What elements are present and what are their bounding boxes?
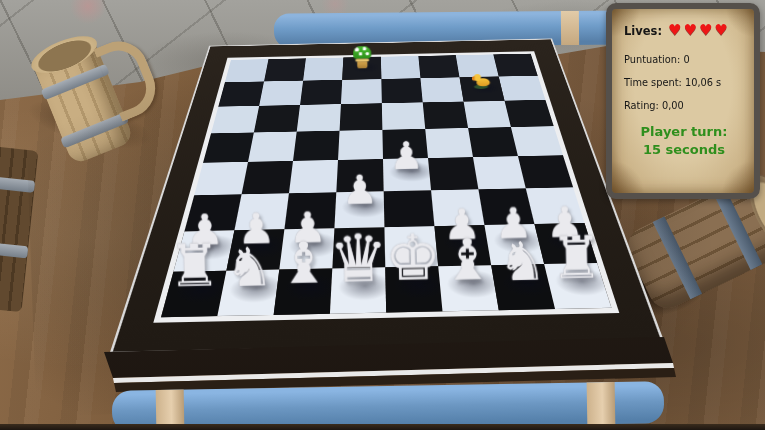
white-pawn-d3[interactable]: ♟ [341,171,378,210]
square-c6[interactable] [297,104,341,131]
square-f7[interactable] [420,77,463,102]
square-f8[interactable] [418,55,459,78]
square-g7[interactable] [460,77,505,102]
square-b5[interactable] [248,132,297,162]
square-f5[interactable] [425,128,473,158]
square-h6[interactable] [504,100,553,127]
board-grid[interactable]: ♟♟♟♟♟♟♟♟♜♞♝♛♚♝♞♜ [161,54,611,318]
square-g6[interactable] [464,101,511,128]
square-e8[interactable] [381,56,421,79]
white-king-e1[interactable]: ♚ [383,228,441,289]
duck-beak [469,76,474,81]
square-b1[interactable]: ♞ [217,270,279,317]
white-queen-d1[interactable]: ♛ [328,227,388,290]
square-f6[interactable] [423,102,468,129]
white-rook-h1[interactable]: ♜ [549,229,602,285]
white-pawn-e4[interactable]: ♟ [389,138,424,175]
square-c1[interactable]: ♝ [274,268,333,314]
square-d7[interactable] [341,79,382,104]
time-spent-stat: Time spent: 10,06 s [624,77,744,88]
rating-stat: Rating: 0,00 [624,100,744,111]
square-e1[interactable]: ♚ [385,266,442,312]
square-g4[interactable] [473,156,526,189]
square-c4[interactable] [289,160,338,193]
hud-panel: Lives: ♥♥♥♥ Puntuation: 0 Time spent: 10… [606,3,760,199]
mushroom-cap [352,46,371,59]
square-d5[interactable] [338,130,383,160]
square-g5[interactable] [468,127,518,157]
blue-cloth-roll-bottom [112,381,665,430]
mushroom-pot [357,61,367,68]
time-spent-value: 10,06 s [685,77,721,88]
square-a7[interactable] [218,81,264,106]
square-d8[interactable] [342,57,381,80]
white-knight-g1[interactable]: ♞ [497,235,546,287]
square-b6[interactable] [254,105,300,133]
rating-value: 0,00 [662,100,684,111]
table-front-edge [0,424,765,430]
white-rook-a1[interactable]: ♜ [167,237,220,293]
game-screen: ♟♟♟♟♟♟♟♟♜♞♝♛♚♝♞♜ Lives: ♥♥♥♥ Puntuation:… [0,0,765,430]
heart-icons: ♥♥♥♥ [668,23,730,38]
square-g1[interactable]: ♞ [491,264,555,310]
square-f4[interactable] [428,157,478,190]
mushroom-item[interactable] [352,46,371,69]
square-e6[interactable] [382,102,425,129]
puntuation-value: 0 [683,54,689,65]
square-d6[interactable] [340,103,383,130]
white-bishop-c1[interactable]: ♝ [277,236,329,291]
lives-row: Lives: ♥♥♥♥ [624,23,744,38]
player-turn-block: Player turn: 15 seconds [624,123,744,158]
square-b8[interactable] [264,58,306,81]
square-h8[interactable] [493,54,537,77]
square-a6[interactable] [211,106,259,134]
stats-block: Puntuation: 0 Time spent: 10,06 s Rating… [624,54,744,111]
square-c7[interactable] [300,80,342,105]
square-c5[interactable] [293,131,340,161]
square-h5[interactable] [511,126,563,156]
square-c8[interactable] [303,58,343,81]
board-frame: ♟♟♟♟♟♟♟♟♜♞♝♛♚♝♞♜ [113,39,661,351]
puntuation-label: Puntuation: [624,54,680,65]
lives-label: Lives: [624,24,662,38]
square-e7[interactable] [381,78,422,103]
square-h4[interactable] [518,155,573,188]
rating-label: Rating: [624,100,659,111]
square-a8[interactable] [225,59,269,82]
player-turn-label: Player turn: [624,123,744,141]
white-knight-b1[interactable]: ♞ [224,241,273,293]
time-spent-label: Time spent: [624,77,682,88]
square-b4[interactable] [242,161,293,194]
duck-item[interactable] [471,73,491,89]
square-a5[interactable] [203,132,254,162]
square-a4[interactable] [194,162,248,195]
player-turn-timer: 15 seconds [624,141,744,159]
cloth-strap [586,382,615,424]
square-b7[interactable] [259,81,303,106]
square-f1[interactable]: ♝ [438,265,499,311]
white-bishop-f1[interactable]: ♝ [441,233,493,288]
puntuation-stat: Puntuation: 0 [624,54,744,65]
square-d1[interactable]: ♛ [330,267,386,313]
square-a1[interactable]: ♜ [161,271,226,318]
square-h7[interactable] [499,76,546,101]
square-h1[interactable]: ♜ [544,263,611,309]
square-e4[interactable]: ♟ [383,158,431,191]
